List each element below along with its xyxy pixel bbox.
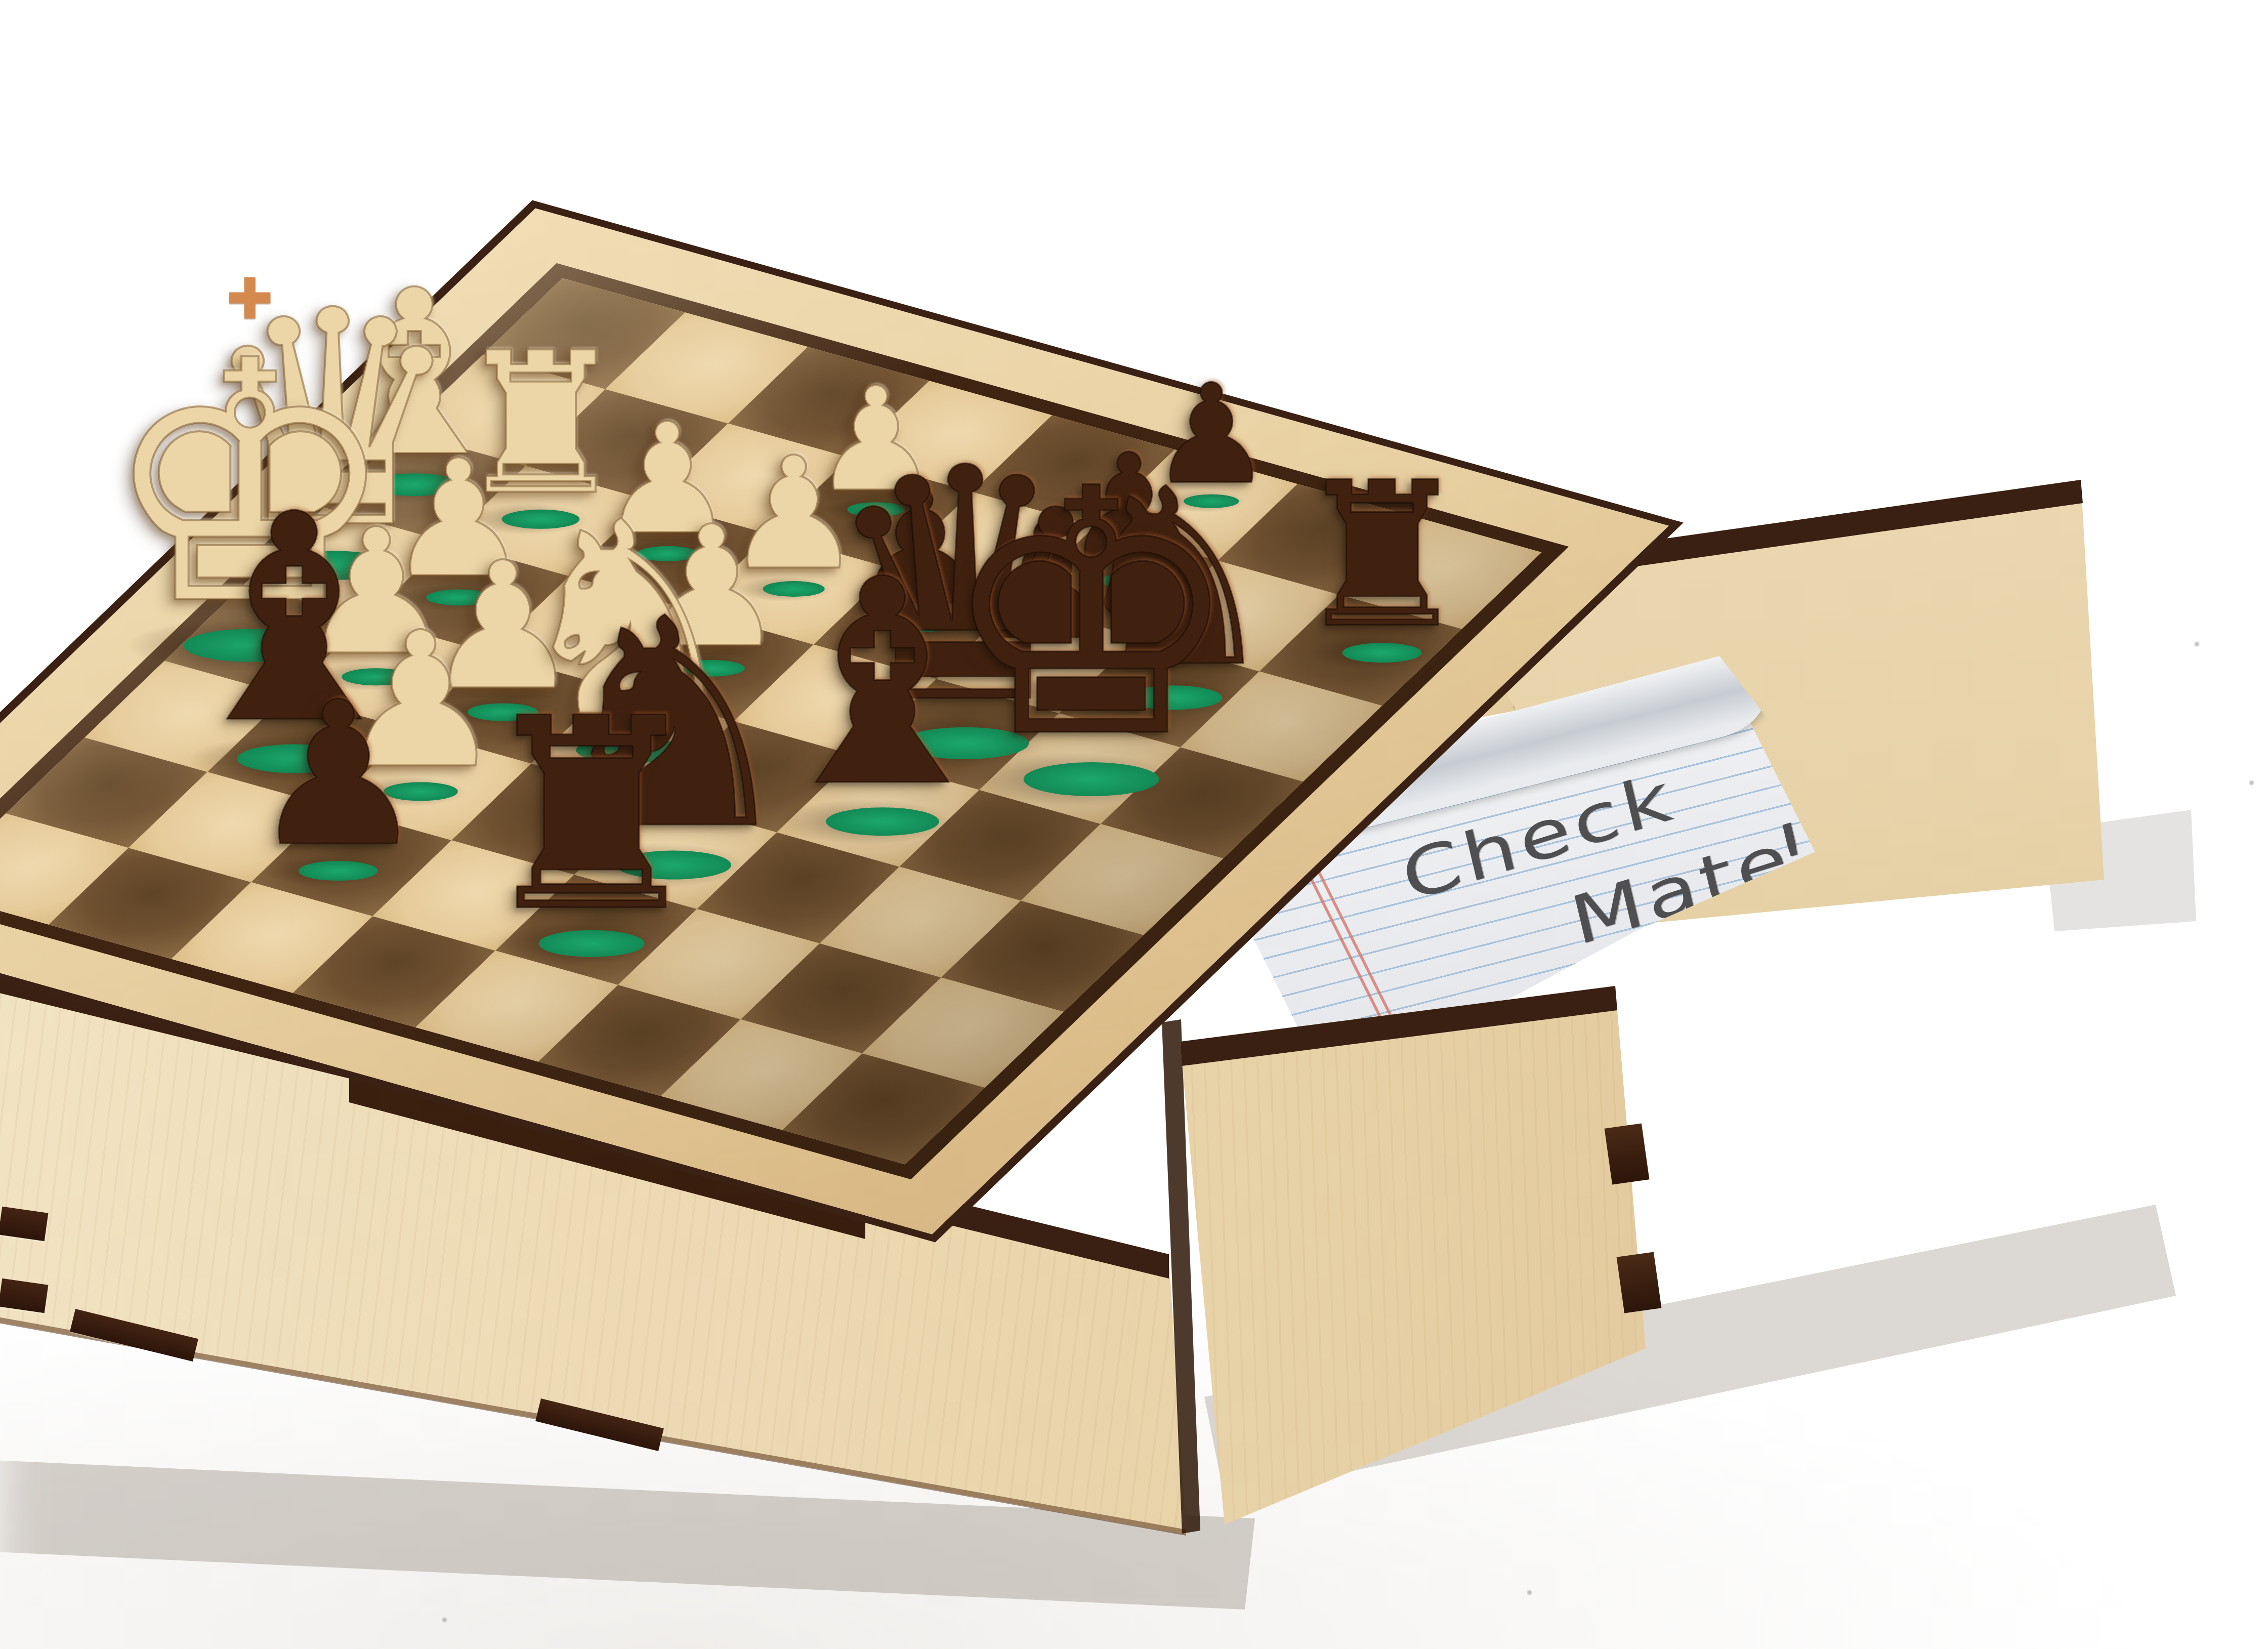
r-glyph: ♜: [473, 683, 710, 947]
piece-black-p-g3[interactable]: ♟: [249, 675, 427, 874]
piece-layer: ♜♞♚♟♟♟♛♝♟♞♜♟♝♟♟♟♞♟♟♟♜♟♟♝♛♚✚: [0, 0, 2268, 1649]
r-glyph: ♜: [1293, 456, 1472, 655]
chess-box-scene: ~~~ ~~ ~~~~ Check Mate ! ♜♞♚♟♟♟♛♝♟♞♜♟♝♟♟…: [0, 0, 2268, 1649]
piece-black-r-g5[interactable]: ♜: [473, 683, 710, 947]
white-king-cross-finial: ✚: [226, 266, 273, 332]
p-glyph: ♟: [249, 675, 427, 874]
piece-black-r-b8[interactable]: ♜: [1293, 456, 1472, 655]
